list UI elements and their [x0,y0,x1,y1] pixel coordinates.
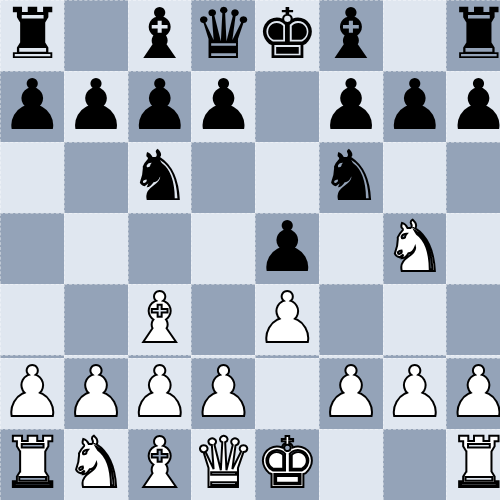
square-d4[interactable] [191,284,255,355]
square-h1[interactable]: ♜ [446,429,500,500]
square-a4[interactable] [0,284,64,355]
white-queen-d1[interactable]: ♛ [192,428,255,498]
square-g2[interactable]: ♟ [383,358,447,429]
square-e6[interactable] [255,142,319,213]
square-c8[interactable]: ♝ [128,0,192,71]
black-pawn-h7[interactable]: ♟ [447,70,500,140]
square-e7[interactable] [255,71,319,142]
square-d6[interactable] [191,142,255,213]
white-pawn-h2[interactable]: ♟ [447,357,500,427]
black-bishop-c8[interactable]: ♝ [129,0,192,69]
black-pawn-c7[interactable]: ♟ [129,70,192,140]
square-e2[interactable] [255,358,319,429]
square-h7[interactable]: ♟ [446,71,500,142]
white-pawn-e4[interactable]: ♟ [256,283,319,353]
white-bishop-c1[interactable]: ♝ [129,428,192,498]
square-e5[interactable]: ♟ [255,213,319,284]
square-b8[interactable] [64,0,128,71]
square-f6[interactable]: ♞ [319,142,383,213]
white-pawn-b2[interactable]: ♟ [65,357,128,427]
square-d8[interactable]: ♛ [191,0,255,71]
square-b5[interactable] [64,213,128,284]
square-h8[interactable]: ♜ [446,0,500,71]
square-a2[interactable]: ♟ [0,358,64,429]
square-b2[interactable]: ♟ [64,358,128,429]
square-g5[interactable]: ♞ [383,213,447,284]
black-pawn-f7[interactable]: ♟ [320,70,383,140]
black-king-e8[interactable]: ♚ [256,0,319,69]
square-f7[interactable]: ♟ [319,71,383,142]
white-knight-g5[interactable]: ♞ [384,212,447,282]
square-c2[interactable]: ♟ [128,358,192,429]
square-a5[interactable] [0,213,64,284]
black-pawn-b7[interactable]: ♟ [65,70,128,140]
square-c5[interactable] [128,213,192,284]
square-h6[interactable] [446,142,500,213]
chess-board: ♜♝♛♚♝♜♟♟♟♟♟♟♟♞♞♟♞♝♟♟♟♟♟♟♟♟♜♞♝♛♚♜ [0,0,500,500]
white-bishop-c4[interactable]: ♝ [129,283,192,353]
square-a7[interactable]: ♟ [0,71,64,142]
square-c1[interactable]: ♝ [128,429,192,500]
square-g7[interactable]: ♟ [383,71,447,142]
white-pawn-g2[interactable]: ♟ [384,357,447,427]
white-pawn-a2[interactable]: ♟ [1,357,64,427]
white-pawn-f2[interactable]: ♟ [320,357,383,427]
square-c6[interactable]: ♞ [128,142,192,213]
black-pawn-d7[interactable]: ♟ [192,70,255,140]
black-queen-d8[interactable]: ♛ [192,0,255,69]
square-e4[interactable]: ♟ [255,284,319,355]
black-knight-f6[interactable]: ♞ [320,141,383,211]
square-f5[interactable] [319,213,383,284]
square-b6[interactable] [64,142,128,213]
square-f1[interactable] [319,429,383,500]
white-rook-h1[interactable]: ♜ [447,428,500,498]
square-e8[interactable]: ♚ [255,0,319,71]
square-d7[interactable]: ♟ [191,71,255,142]
square-h2[interactable]: ♟ [446,358,500,429]
square-a1[interactable]: ♜ [0,429,64,500]
white-knight-b1[interactable]: ♞ [65,428,128,498]
square-f4[interactable] [319,284,383,355]
square-h4[interactable] [446,284,500,355]
black-pawn-a7[interactable]: ♟ [1,70,64,140]
square-a8[interactable]: ♜ [0,0,64,71]
black-rook-h8[interactable]: ♜ [447,0,500,69]
white-pawn-d2[interactable]: ♟ [192,357,255,427]
square-f2[interactable]: ♟ [319,358,383,429]
square-b1[interactable]: ♞ [64,429,128,500]
black-pawn-g7[interactable]: ♟ [384,70,447,140]
black-pawn-e5[interactable]: ♟ [256,212,319,282]
square-d1[interactable]: ♛ [191,429,255,500]
black-rook-a8[interactable]: ♜ [1,0,64,69]
square-b4[interactable] [64,284,128,355]
square-g8[interactable] [383,0,447,71]
square-g4[interactable] [383,284,447,355]
square-d5[interactable] [191,213,255,284]
square-c4[interactable]: ♝ [128,284,192,355]
black-bishop-f8[interactable]: ♝ [320,0,383,69]
square-d2[interactable]: ♟ [191,358,255,429]
square-g1[interactable] [383,429,447,500]
black-knight-c6[interactable]: ♞ [129,141,192,211]
square-c7[interactable]: ♟ [128,71,192,142]
square-a6[interactable] [0,142,64,213]
square-f8[interactable]: ♝ [319,0,383,71]
square-b7[interactable]: ♟ [64,71,128,142]
white-pawn-c2[interactable]: ♟ [129,357,192,427]
square-h5[interactable] [446,213,500,284]
white-king-e1[interactable]: ♚ [256,428,319,498]
square-e1[interactable]: ♚ [255,429,319,500]
square-g6[interactable] [383,142,447,213]
white-rook-a1[interactable]: ♜ [1,428,64,498]
